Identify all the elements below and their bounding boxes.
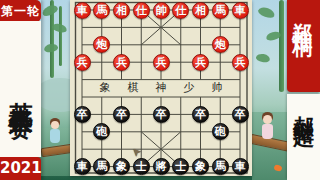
piece-rB[interactable]: 相	[113, 2, 130, 19]
bamboo-stalk-icon	[59, 6, 62, 66]
piece-rP[interactable]: 兵	[232, 54, 249, 71]
piece-bP[interactable]: 卒	[113, 106, 130, 123]
piece-bK[interactable]: 將	[153, 158, 170, 175]
piece-bB[interactable]: 象	[192, 158, 209, 175]
top-player-name: 郑惟桐	[290, 7, 317, 92]
character-face	[51, 121, 59, 129]
piece-bB[interactable]: 象	[113, 158, 130, 175]
piece-rP[interactable]: 兵	[192, 54, 209, 71]
piece-bP[interactable]: 卒	[153, 106, 170, 123]
piece-rK[interactable]: 帥	[153, 2, 170, 19]
event-year: 2021	[0, 157, 41, 180]
piece-rN[interactable]: 馬	[93, 2, 110, 19]
bamboo-stalk-icon	[279, 0, 284, 92]
round-label: 第一轮	[0, 0, 41, 22]
event-name-box: 花木棋圣赛	[0, 21, 41, 157]
character-face	[263, 115, 272, 124]
event-name: 花木棋圣赛	[5, 82, 37, 97]
piece-bP[interactable]: 卒	[74, 106, 91, 123]
piece-rC[interactable]: 炮	[212, 36, 229, 53]
piece-rA[interactable]: 仕	[172, 2, 189, 19]
piece-bA[interactable]: 士	[133, 158, 150, 175]
piece-bP[interactable]: 卒	[232, 106, 249, 123]
piece-bN[interactable]: 馬	[212, 158, 229, 175]
piece-bC[interactable]: 砲	[212, 123, 229, 140]
river-char: 神	[156, 81, 167, 94]
bamboo-leaf-icon	[43, 43, 58, 53]
river-watermark-text: 象棋神少帅	[70, 81, 252, 94]
xiangqi-board: 象棋神少帅 車馬相仕帥仕相馬車炮炮兵兵兵兵兵卒卒卒卒卒砲砲車馬象士將士象馬車 ➤	[70, 0, 252, 176]
player-name-red-side: 郑惟桐	[287, 0, 320, 92]
character-body	[262, 124, 273, 139]
piece-rP[interactable]: 兵	[153, 54, 170, 71]
piece-bR[interactable]: 車	[74, 158, 91, 175]
piece-rN[interactable]: 馬	[212, 2, 229, 19]
piece-rB[interactable]: 相	[192, 2, 209, 19]
piece-bR[interactable]: 車	[232, 158, 249, 175]
thumbnail-stage: 象棋神少帅 車馬相仕帥仕相馬車炮炮兵兵兵兵兵卒卒卒卒卒砲砲車馬象士將士象馬車 ➤…	[0, 0, 320, 180]
player-name-black-side: 郝继超	[287, 94, 320, 180]
bamboo-leaf-icon	[255, 53, 270, 63]
piece-rR[interactable]: 車	[74, 2, 91, 19]
event-banner: 第一轮 花木棋圣赛 2021	[0, 0, 41, 180]
bamboo-leaf-icon	[257, 5, 276, 19]
piece-rP[interactable]: 兵	[113, 54, 130, 71]
piece-rR[interactable]: 車	[232, 2, 249, 19]
bottom-player-name: 郝继超	[290, 99, 318, 180]
river-char: 棋	[128, 81, 139, 94]
river-char: 象	[100, 81, 111, 94]
piece-rA[interactable]: 仕	[133, 2, 150, 19]
river-char: 帅	[212, 81, 223, 94]
piece-bP[interactable]: 卒	[192, 106, 209, 123]
character-body	[50, 129, 60, 143]
river-char: 少	[184, 81, 195, 94]
piece-rP[interactable]: 兵	[74, 54, 91, 71]
